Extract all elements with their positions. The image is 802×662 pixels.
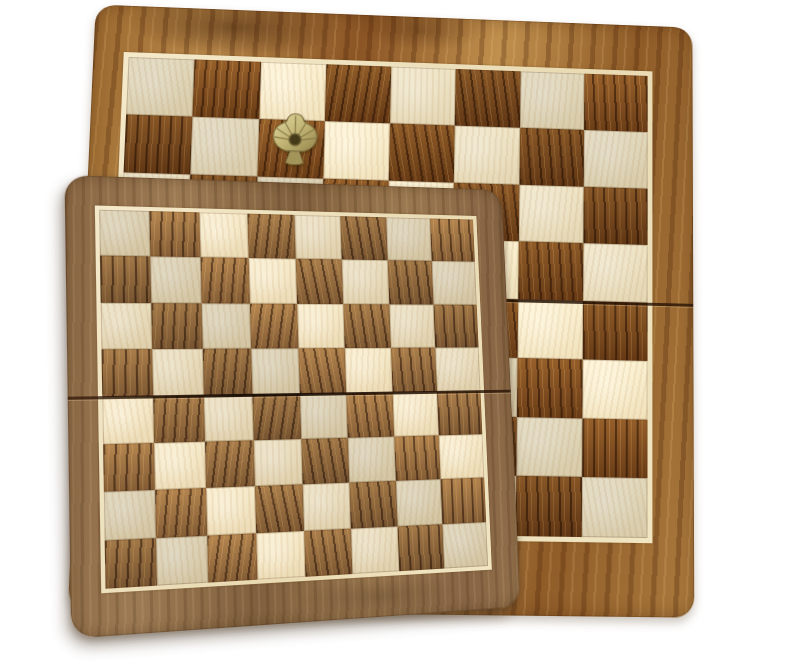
large-board-square-f7: [454, 125, 520, 184]
large-board-square-d7: [323, 121, 390, 180]
small-board-square-g1: [397, 524, 444, 571]
small-board-square-b7: [151, 257, 202, 303]
small-board-square-a4: [102, 396, 154, 444]
small-board-square-c1: [207, 533, 258, 583]
small-board-square-c6: [201, 303, 251, 349]
small-board-square-a5: [101, 349, 153, 396]
small-board-square-d8: [247, 214, 296, 259]
small-board-square-f1: [351, 526, 399, 574]
large-board-square-a7: [124, 114, 193, 174]
chessboards-photo-scene: [0, 0, 802, 662]
small-board-square-c4: [203, 394, 253, 441]
small-board-square-e2: [303, 483, 351, 531]
large-board-square-g3: [516, 358, 582, 418]
large-board-square-g6: [518, 184, 583, 243]
small-board-square-b6: [151, 303, 202, 349]
large-board-square-g1: [515, 476, 582, 537]
large-board-square-g2: [516, 417, 582, 478]
small-board-square-d6: [250, 303, 299, 348]
small-board-square-a3: [103, 443, 155, 492]
large-board-square-h8: [584, 74, 648, 132]
small-board-square-h4: [437, 391, 483, 436]
small-board-square-c7: [200, 258, 250, 304]
large-board-square-b7: [190, 116, 258, 176]
small-board-square-a8: [99, 210, 150, 257]
small-board-square-g3: [394, 435, 441, 481]
small-board-square-f5: [345, 348, 392, 393]
small-board-square-h1: [442, 522, 488, 569]
large-board-square-g5: [518, 242, 583, 301]
large-board-square-g4: [517, 299, 583, 359]
small-board-square-h3: [439, 434, 485, 479]
small-board-square-d1: [256, 531, 306, 580]
small-board-square-h2: [440, 478, 486, 524]
small-board-square-b1: [156, 535, 208, 585]
small-board-square-d4: [252, 394, 301, 441]
small-board-square-e3: [301, 438, 349, 485]
small-folding-chessboard: [65, 175, 521, 639]
small-board-square-e5: [298, 348, 346, 393]
small-board-square-h7: [432, 261, 477, 304]
small-board-square-b8: [150, 211, 200, 258]
small-board-square-g7: [387, 261, 433, 305]
small-board-square-h6: [433, 304, 478, 347]
large-board-square-d8: [325, 64, 392, 123]
large-board-square-a8: [126, 57, 195, 116]
small-board-grid: [99, 210, 488, 589]
small-board-square-f8: [340, 216, 387, 260]
small-board-square-a7: [100, 256, 152, 303]
small-board-square-g5: [390, 348, 436, 392]
small-board-square-c3: [204, 440, 254, 488]
small-board-square-g6: [389, 304, 435, 348]
large-board-square-g7: [519, 128, 584, 187]
small-board-square-d3: [253, 439, 302, 486]
small-board-square-b2: [155, 488, 206, 537]
large-board-square-h1: [581, 477, 647, 538]
large-board-square-g8: [520, 71, 585, 129]
large-board-square-h5: [583, 243, 648, 302]
large-board-square-h6: [583, 186, 647, 245]
small-board-square-d2: [255, 485, 304, 533]
small-board-square-f7: [342, 260, 389, 304]
small-board-square-e8: [294, 215, 342, 260]
large-board-square-f8: [455, 69, 520, 128]
large-board-square-h2: [582, 418, 648, 478]
small-board-square-g8: [386, 217, 432, 261]
small-board-square-a1: [105, 538, 158, 589]
large-board-square-e8: [390, 67, 456, 126]
small-board-maple-inlay: [95, 205, 492, 593]
small-board-square-a2: [104, 490, 156, 540]
small-board-square-e7: [296, 259, 344, 304]
small-board-square-b4: [153, 395, 204, 443]
small-board-square-g4: [392, 391, 438, 436]
small-board-square-c2: [206, 486, 256, 535]
small-board-square-d7: [248, 258, 297, 303]
large-board-square-b8: [193, 59, 261, 118]
small-board-square-f3: [348, 436, 395, 482]
small-board-square-h5: [435, 348, 480, 392]
small-board-square-e6: [297, 304, 345, 349]
small-board-square-f2: [350, 481, 398, 528]
large-board-square-h7: [583, 130, 647, 189]
large-board-square-h3: [582, 359, 647, 419]
small-board-square-d5: [251, 348, 300, 394]
small-board-square-e1: [304, 528, 353, 577]
small-board-square-h8: [430, 218, 475, 262]
small-board-square-f6: [343, 304, 390, 348]
large-board-square-h4: [583, 301, 648, 361]
small-board-square-b3: [154, 442, 205, 491]
brass-latch-icon: [266, 109, 324, 169]
large-board-square-e7: [389, 123, 455, 182]
small-board-square-g2: [395, 479, 442, 526]
small-board-square-a6: [101, 303, 153, 350]
small-board-square-f4: [347, 392, 394, 438]
small-board-square-b5: [152, 349, 203, 396]
small-board-square-c8: [199, 212, 248, 258]
small-board-square-e4: [300, 393, 348, 439]
small-board-square-c5: [202, 349, 252, 395]
